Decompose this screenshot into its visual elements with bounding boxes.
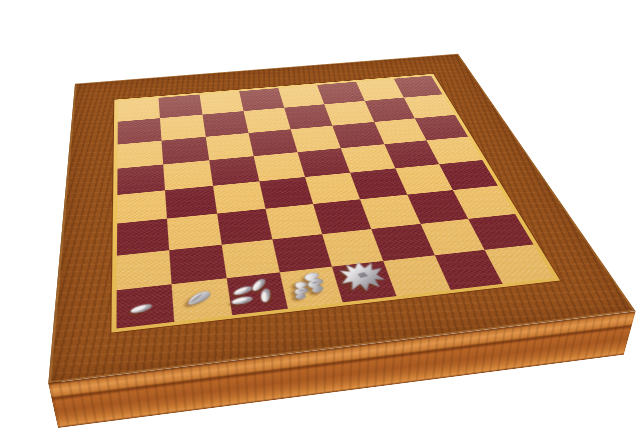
- square-a2[interactable]: [117, 250, 172, 290]
- square-f3[interactable]: [360, 195, 420, 229]
- piece-flat-pawn[interactable]: [259, 287, 272, 303]
- square-b1[interactable]: [172, 278, 232, 322]
- square-g3[interactable]: [407, 190, 468, 223]
- square-g1[interactable]: [434, 250, 502, 290]
- square-c1[interactable]: [226, 272, 287, 315]
- square-d4[interactable]: [259, 177, 313, 209]
- square-h4[interactable]: [439, 160, 498, 190]
- playing-area: [110, 73, 562, 333]
- square-d3[interactable]: [265, 204, 322, 239]
- square-f1[interactable]: [383, 255, 450, 296]
- square-d2[interactable]: [272, 234, 332, 272]
- piece-flat-crown[interactable]: [337, 260, 390, 298]
- square-e4[interactable]: [305, 173, 360, 204]
- square-c4[interactable]: [213, 181, 266, 213]
- square-e1[interactable]: [332, 261, 397, 303]
- square-a1[interactable]: [116, 284, 174, 329]
- square-c3[interactable]: [217, 209, 272, 244]
- chessboard-3d: [48, 54, 635, 383]
- chess-grid: [116, 76, 553, 329]
- square-f2[interactable]: [371, 224, 434, 261]
- square-a4[interactable]: [117, 190, 167, 223]
- piece-flat-knight[interactable]: [293, 281, 311, 300]
- piece-flat-pawn[interactable]: [230, 284, 255, 298]
- square-g2[interactable]: [420, 219, 484, 256]
- piece-flat-pawn[interactable]: [248, 276, 269, 293]
- square-d1[interactable]: [279, 266, 342, 308]
- square-b3[interactable]: [167, 214, 221, 250]
- square-b2[interactable]: [169, 244, 226, 284]
- square-c5[interactable]: [209, 156, 259, 186]
- square-e3[interactable]: [313, 199, 371, 233]
- square-c2[interactable]: [221, 239, 279, 278]
- piece-flat-pawn[interactable]: [184, 290, 213, 307]
- square-a5[interactable]: [117, 164, 165, 195]
- piece-flat-pawn[interactable]: [229, 294, 256, 307]
- square-a3[interactable]: [117, 219, 170, 256]
- square-h3[interactable]: [453, 186, 515, 219]
- square-h1[interactable]: [484, 244, 554, 284]
- square-b4[interactable]: [165, 186, 216, 219]
- piece-flat-pawn[interactable]: [128, 301, 156, 316]
- square-h2[interactable]: [468, 214, 534, 250]
- piece-flat-knight[interactable]: [301, 271, 331, 295]
- square-e2[interactable]: [322, 229, 383, 267]
- square-b5[interactable]: [163, 160, 212, 190]
- scene: [0, 0, 640, 440]
